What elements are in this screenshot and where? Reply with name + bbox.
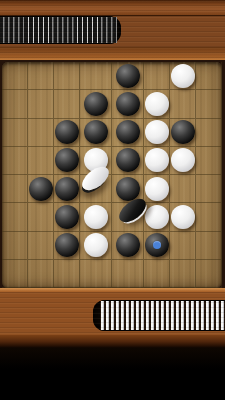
cell-r3c5[interactable] bbox=[112, 119, 144, 147]
white-stone bbox=[84, 205, 108, 229]
cell-r4c2[interactable] bbox=[28, 147, 54, 175]
cell-r5c6[interactable] bbox=[144, 175, 170, 203]
black-stone bbox=[145, 233, 169, 257]
cell-r1c2[interactable] bbox=[28, 62, 54, 90]
white-stone-tray bbox=[93, 300, 225, 331]
cell-r4c5[interactable] bbox=[112, 147, 144, 175]
black-stone bbox=[116, 92, 140, 116]
cell-r6c1[interactable] bbox=[2, 203, 28, 231]
cell-r2c8[interactable] bbox=[196, 90, 222, 118]
cell-r5c3[interactable] bbox=[54, 175, 80, 203]
black-stone bbox=[116, 64, 140, 88]
cell-r7c8[interactable] bbox=[196, 232, 222, 260]
cell-r8c1[interactable] bbox=[2, 260, 28, 288]
cell-r6c5[interactable] bbox=[112, 203, 144, 231]
cell-r6c3[interactable] bbox=[54, 203, 80, 231]
cell-r8c6[interactable] bbox=[144, 260, 170, 288]
white-stone bbox=[145, 92, 169, 116]
black-stone bbox=[55, 177, 79, 201]
cell-r3c6[interactable] bbox=[144, 119, 170, 147]
cell-r3c4[interactable] bbox=[80, 119, 112, 147]
top-tray-stones bbox=[0, 17, 117, 43]
cell-r3c7[interactable] bbox=[170, 119, 196, 147]
cell-r8c7[interactable] bbox=[170, 260, 196, 288]
black-stone bbox=[84, 92, 108, 116]
black-stone bbox=[84, 120, 108, 144]
bottom-frame bbox=[0, 288, 225, 348]
cell-r5c2[interactable] bbox=[28, 175, 54, 203]
cell-r4c6[interactable] bbox=[144, 147, 170, 175]
bottom-bar: 15 Intermediat bbox=[0, 348, 225, 400]
black-stone bbox=[116, 177, 140, 201]
cell-r7c2[interactable] bbox=[28, 232, 54, 260]
cell-r5c1[interactable] bbox=[2, 175, 28, 203]
white-stone bbox=[171, 148, 195, 172]
cell-r1c5[interactable] bbox=[112, 62, 144, 90]
cell-r6c8[interactable] bbox=[196, 203, 222, 231]
cell-r2c1[interactable] bbox=[2, 90, 28, 118]
white-stone bbox=[145, 148, 169, 172]
black-stone-tray bbox=[0, 16, 121, 44]
white-stone bbox=[145, 205, 169, 229]
cell-r5c8[interactable] bbox=[196, 175, 222, 203]
cell-r2c6[interactable] bbox=[144, 90, 170, 118]
cell-r8c8[interactable] bbox=[196, 260, 222, 288]
bottom-frame-lower-plank bbox=[0, 335, 225, 348]
black-stone bbox=[116, 120, 140, 144]
black-stone bbox=[29, 177, 53, 201]
white-stone bbox=[145, 120, 169, 144]
cell-r1c4[interactable] bbox=[80, 62, 112, 90]
white-stone bbox=[145, 177, 169, 201]
cell-r6c7[interactable] bbox=[170, 203, 196, 231]
white-stone bbox=[84, 233, 108, 257]
black-stone bbox=[55, 233, 79, 257]
bottom-tray-stones bbox=[100, 301, 225, 330]
white-stone bbox=[171, 205, 195, 229]
cell-r7c6[interactable] bbox=[144, 232, 170, 260]
cell-r7c3[interactable] bbox=[54, 232, 80, 260]
board-grid[interactable] bbox=[2, 62, 222, 288]
cell-r4c8[interactable] bbox=[196, 147, 222, 175]
bottom-frame-mid-plank bbox=[0, 292, 225, 335]
cell-r7c5[interactable] bbox=[112, 232, 144, 260]
black-stone bbox=[55, 120, 79, 144]
cell-r7c7[interactable] bbox=[170, 232, 196, 260]
cell-r4c7[interactable] bbox=[170, 147, 196, 175]
black-stone bbox=[55, 205, 79, 229]
cell-r8c2[interactable] bbox=[28, 260, 54, 288]
cell-r1c1[interactable] bbox=[2, 62, 28, 90]
top-frame bbox=[0, 0, 225, 62]
cell-r3c3[interactable] bbox=[54, 119, 80, 147]
last-move-marker bbox=[153, 241, 161, 249]
white-stone bbox=[171, 64, 195, 88]
cell-r1c3[interactable] bbox=[54, 62, 80, 90]
cell-r4c3[interactable] bbox=[54, 147, 80, 175]
cell-r6c2[interactable] bbox=[28, 203, 54, 231]
cell-r7c1[interactable] bbox=[2, 232, 28, 260]
cell-r6c6[interactable] bbox=[144, 203, 170, 231]
cell-r8c5[interactable] bbox=[112, 260, 144, 288]
cell-r8c4[interactable] bbox=[80, 260, 112, 288]
cell-r3c2[interactable] bbox=[28, 119, 54, 147]
cell-r1c8[interactable] bbox=[196, 62, 222, 90]
black-stone bbox=[116, 233, 140, 257]
top-frame-upper-plank bbox=[0, 0, 225, 16]
game-screen: 15 Intermediat bbox=[0, 0, 225, 400]
cell-r5c7[interactable] bbox=[170, 175, 196, 203]
cell-r6c4[interactable] bbox=[80, 203, 112, 231]
cell-r2c5[interactable] bbox=[112, 90, 144, 118]
cell-r4c1[interactable] bbox=[2, 147, 28, 175]
cell-r2c2[interactable] bbox=[28, 90, 54, 118]
cell-r2c7[interactable] bbox=[170, 90, 196, 118]
cell-r2c3[interactable] bbox=[54, 90, 80, 118]
black-stone bbox=[55, 148, 79, 172]
cell-r2c4[interactable] bbox=[80, 90, 112, 118]
cell-r5c4[interactable] bbox=[80, 175, 112, 203]
cell-r1c6[interactable] bbox=[144, 62, 170, 90]
cell-r1c7[interactable] bbox=[170, 62, 196, 90]
black-stone bbox=[116, 148, 140, 172]
cell-r3c1[interactable] bbox=[2, 119, 28, 147]
cell-r8c3[interactable] bbox=[54, 260, 80, 288]
cell-r7c4[interactable] bbox=[80, 232, 112, 260]
cell-r3c8[interactable] bbox=[196, 119, 222, 147]
black-stone bbox=[171, 120, 195, 144]
top-frame-mid-plank bbox=[0, 16, 225, 47]
